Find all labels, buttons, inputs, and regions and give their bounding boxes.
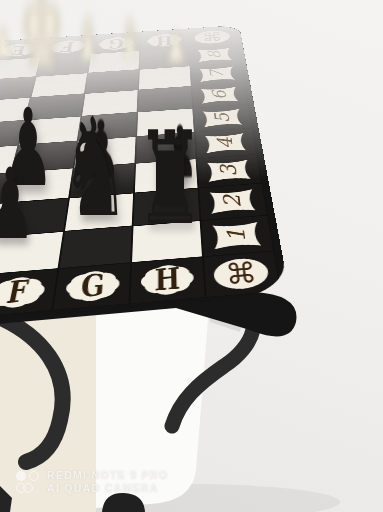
logo-filled-circle-icon [16, 471, 26, 481]
rank-number: 2 [219, 194, 246, 209]
file-label-g: G [52, 263, 131, 311]
corner-near-right: ⌘ [203, 251, 281, 298]
file-label-h: H [129, 257, 205, 304]
file-letter: G [79, 268, 106, 304]
rank-label-2: 2 [198, 183, 267, 220]
rank-number: 4 [213, 137, 238, 150]
camera-watermark: REDMI NOTE 9 PRO AI QUAD CAMERA [16, 469, 168, 494]
rank-number: 8 [204, 50, 225, 59]
white-bishop-f7[interactable]: ♝ [117, 13, 142, 66]
rank-number: 5 [210, 112, 233, 124]
redmi-ai-logo-icon [16, 471, 39, 493]
rank-label-1: 1 [201, 215, 275, 257]
rank-number: 1 [222, 227, 251, 244]
quatrefoil-knot-icon: ⌘ [224, 256, 259, 292]
logo-infinity-right-icon [23, 483, 33, 493]
quatrefoil-knot-icon: ⌘ [201, 29, 223, 44]
rank-number: 6 [208, 90, 230, 101]
black-knight-g1[interactable]: ♞ [60, 100, 130, 237]
watermark-line1: REDMI NOTE 9 PRO [47, 469, 168, 481]
file-letter: F [4, 274, 31, 311]
white-bishop-d7[interactable]: ♝ [74, 9, 102, 68]
black-rook-h1[interactable]: ♜ [135, 114, 205, 243]
rank-number: 7 [206, 69, 227, 79]
file-letter: H [154, 262, 180, 298]
rank-number: 3 [216, 164, 242, 178]
white-king-d6[interactable]: ♚ [20, 0, 65, 84]
file-label-f: F [0, 269, 58, 318]
white-pawn-b7[interactable]: ♟ [0, 23, 14, 64]
watermark-line2: AI QUAD CAMERA [47, 482, 168, 494]
black-pawn-f1[interactable]: ♟ [0, 156, 35, 254]
photo-stage: ABCDEFGH⌘87654321ABCDEFGH⌘ ♟♚♝♝♟♟♟♞♟♜♟ R… [0, 0, 383, 512]
white-pawn-g7[interactable]: ♟ [166, 29, 187, 68]
logo-hollow-circle-icon [29, 471, 39, 481]
